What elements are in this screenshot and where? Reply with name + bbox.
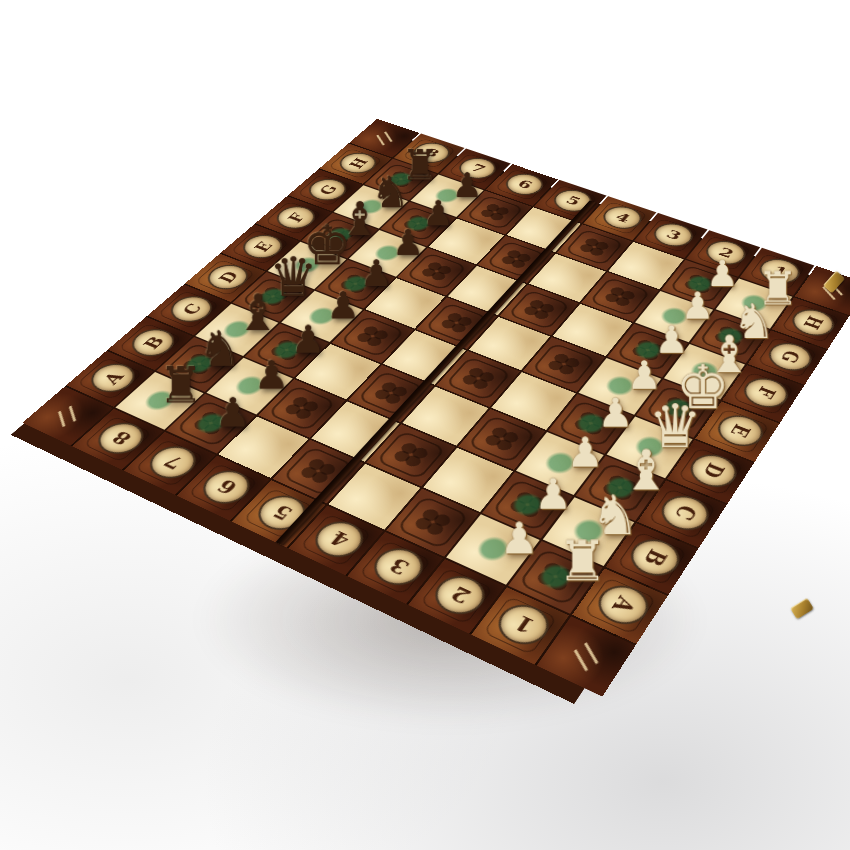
rank-label-6-text: 6 [514,177,536,192]
corner-mark: // [369,129,400,147]
rank-label-4-text: 4 [324,527,354,551]
rank-label-2: 2 [426,569,494,621]
rank-label-4: 4 [597,202,648,233]
rank-label-8-text: 8 [106,427,135,448]
file-label-E-text: E [725,421,756,440]
file-label-H-text: H [344,156,372,171]
white-pawn-b2[interactable]: ♟ [534,473,572,515]
file-label-G-text: G [314,182,341,196]
rank-label-6: 6 [499,170,549,199]
black-pawn-b7[interactable]: ♟ [254,356,289,395]
rank-label-7-text: 7 [158,451,187,473]
rank-label-4-text: 4 [611,210,633,226]
rank-label-3-text: 3 [662,227,684,243]
rank-label-5-text: 5 [562,193,584,208]
rank-label-3-text: 3 [384,554,414,579]
file-label-F-text: F [751,384,781,402]
rank-label-3: 3 [365,542,432,592]
rank-label-6-text: 6 [212,476,242,499]
rank-label-2-text: 2 [445,582,475,608]
corner-mark: // [49,402,86,429]
file-label-D-text: D [213,269,242,286]
file-label-C-text: C [669,502,702,524]
black-pawn-c7[interactable]: ♟ [291,321,325,359]
file-label-B-text: B [638,545,673,569]
file-label-A-text: A [98,369,129,387]
rank-label-5-text: 5 [267,501,297,525]
black-knight-b8[interactable]: ♞ [198,324,242,373]
file-label-C-text: C [177,301,206,318]
black-pawn-a7[interactable]: ♟ [215,393,251,433]
scene: //ABCDEFGH//8♜♞♝♛♚♝♞♜87♟♟♟♟♟♟♟♟766554433… [0,0,850,850]
border-carving [359,540,432,595]
white-pawn-a2[interactable]: ♟ [499,517,538,561]
file-label-A-text: A [606,592,641,617]
file-label-H-text: H [798,313,828,332]
white-pawn-c2[interactable]: ♟ [566,432,603,473]
file-label-D-text: D [697,460,730,482]
file-label-B-text: B [138,333,169,351]
black-rook-a8[interactable]: ♜ [159,360,204,410]
corner-mark: // [564,637,609,674]
rank-label-3: 3 [648,219,699,251]
white-pawn-d2[interactable]: ♟ [597,393,633,433]
rank-label-1-text: 1 [509,611,539,638]
rank-label-1: 1 [489,598,557,652]
white-rook-a1[interactable]: ♜ [557,532,607,588]
